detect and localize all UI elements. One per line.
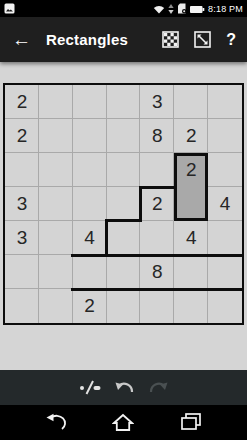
cell-r4c4[interactable] — [107, 187, 141, 221]
cell-r6c3[interactable] — [73, 255, 107, 289]
cell-r5c4[interactable] — [107, 221, 141, 255]
cell-r4c7[interactable]: 4 — [208, 187, 242, 221]
cell-r5c3[interactable]: 4 — [73, 221, 107, 255]
cell-r6c6[interactable] — [174, 255, 208, 289]
cell-r2c1[interactable]: 2 — [5, 119, 39, 153]
cell-r5c6[interactable]: 4 — [174, 221, 208, 255]
cell-r2c5[interactable]: 8 — [140, 119, 174, 153]
cell-r2c3[interactable] — [73, 119, 107, 153]
status-bar: 8:18 PM — [0, 0, 247, 17]
cell-r1c4[interactable] — [107, 85, 141, 119]
cell-r2c4[interactable] — [107, 119, 141, 153]
cell-r5c7[interactable] — [208, 221, 242, 255]
cell-r1c1[interactable]: 2 — [5, 85, 39, 119]
undo-icon[interactable] — [114, 381, 135, 394]
cell-r7c2[interactable] — [39, 289, 73, 323]
cell-r3c7[interactable] — [208, 153, 242, 187]
game-chooser-checkerboard-icon[interactable] — [162, 31, 179, 48]
screen: 8:18 PM ← Rectangles — [0, 0, 247, 440]
battery-icon — [190, 0, 205, 18]
cell-r1c2[interactable] — [39, 85, 73, 119]
resize-icon[interactable] — [194, 31, 211, 48]
navigation-bar — [0, 405, 247, 440]
cell-r7c7[interactable] — [208, 289, 242, 323]
cell-r3c4[interactable] — [107, 153, 141, 187]
back-icon[interactable] — [44, 413, 67, 436]
data-activity-arrows-icon — [168, 0, 174, 18]
cell-r7c3[interactable]: 2 — [73, 289, 107, 323]
cell-r4c5[interactable]: 2 — [140, 187, 174, 221]
cell-r3c5[interactable] — [140, 153, 174, 187]
cell-r4c2[interactable] — [39, 187, 73, 221]
cell-r7c1[interactable] — [5, 289, 39, 323]
back-arrow-button[interactable]: ← — [12, 30, 31, 49]
cell-r1c3[interactable] — [73, 85, 107, 119]
redo-icon[interactable] — [148, 381, 169, 394]
recents-icon[interactable] — [180, 413, 202, 435]
cell-r2c7[interactable] — [208, 119, 242, 153]
cell-r6c5[interactable]: 8 — [140, 255, 174, 289]
help-icon[interactable]: ? — [226, 31, 236, 49]
cell-r2c6[interactable]: 2 — [174, 119, 208, 153]
cell-r6c7[interactable] — [208, 255, 242, 289]
cell-r5c2[interactable] — [39, 221, 73, 255]
image-notification-icon — [4, 3, 15, 14]
cell-r7c5[interactable] — [140, 289, 174, 323]
board-clues-layer: 23282232434482 — [5, 85, 242, 323]
cell-r1c5[interactable]: 3 — [140, 85, 174, 119]
cell-r5c5[interactable] — [140, 221, 174, 255]
board[interactable]: 23282232434482 — [3, 83, 244, 325]
cell-r7c4[interactable] — [107, 289, 141, 323]
page-title: Rectangles — [46, 31, 128, 48]
cell-r6c4[interactable] — [107, 255, 141, 289]
cell-r1c7[interactable] — [208, 85, 242, 119]
game-toolbar — [0, 370, 247, 405]
cell-r7c6[interactable] — [174, 289, 208, 323]
cell-r6c1[interactable] — [5, 255, 39, 289]
cell-r3c6[interactable]: 2 — [174, 153, 208, 187]
cell-r4c3[interactable] — [73, 187, 107, 221]
cell-r3c3[interactable] — [73, 153, 107, 187]
cell-r2c2[interactable] — [39, 119, 73, 153]
cell-r4c1[interactable]: 3 — [5, 187, 39, 221]
wifi-icon — [153, 0, 165, 18]
cell-r4c6[interactable] — [174, 187, 208, 221]
cell-r5c1[interactable]: 3 — [5, 221, 39, 255]
storage-icon — [177, 0, 187, 18]
clock: 8:18 PM — [208, 4, 243, 14]
cell-r3c1[interactable] — [5, 153, 39, 187]
app-bar: ← Rectangles — [0, 17, 247, 62]
cell-r6c2[interactable] — [39, 255, 73, 289]
cell-r3c2[interactable] — [39, 153, 73, 187]
swap-press-icon[interactable] — [79, 380, 101, 395]
home-icon[interactable] — [112, 413, 134, 436]
cell-r1c6[interactable] — [174, 85, 208, 119]
